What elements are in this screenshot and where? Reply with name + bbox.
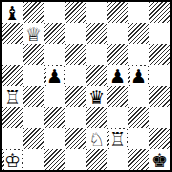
square-d6 (65, 44, 86, 65)
white-queen-piece: ♕ (25, 24, 43, 44)
square-g2 (128, 128, 149, 149)
square-c5: ♟ (44, 65, 65, 86)
square-g5: ♟ (128, 65, 149, 86)
square-e2: ♘ (86, 128, 107, 149)
black-pawn-piece: ♟ (130, 66, 148, 86)
square-a1: ♔ (2, 149, 23, 170)
square-b2 (23, 128, 44, 149)
square-f3 (107, 107, 128, 128)
black-queen-piece: ♛ (88, 87, 106, 107)
square-c1 (44, 149, 65, 170)
white-knight-piece: ♘ (88, 129, 106, 149)
square-h3 (149, 107, 170, 128)
white-rook-piece: ♖ (109, 129, 127, 149)
square-d8 (65, 2, 86, 23)
square-a6 (2, 44, 23, 65)
square-a3 (2, 107, 23, 128)
square-e4: ♛ (86, 86, 107, 107)
square-b3 (23, 107, 44, 128)
square-h7 (149, 23, 170, 44)
square-d3 (65, 107, 86, 128)
square-e6 (86, 44, 107, 65)
square-b8 (23, 2, 44, 23)
square-g4 (128, 86, 149, 107)
square-g1 (128, 149, 149, 170)
square-h5 (149, 65, 170, 86)
square-a4: ♖ (2, 86, 23, 107)
square-b5 (23, 65, 44, 86)
square-d1 (65, 149, 86, 170)
square-f5: ♟ (107, 65, 128, 86)
square-a8: ♝ (2, 2, 23, 23)
black-bishop-piece: ♝ (4, 3, 22, 23)
square-f2: ♖ (107, 128, 128, 149)
square-h8 (149, 2, 170, 23)
square-b4 (23, 86, 44, 107)
square-h4 (149, 86, 170, 107)
square-e7 (86, 23, 107, 44)
square-h6 (149, 44, 170, 65)
white-king-piece: ♔ (4, 150, 22, 170)
square-a5 (2, 65, 23, 86)
square-e8 (86, 2, 107, 23)
black-pawn-piece: ♟ (109, 66, 127, 86)
square-d2 (65, 128, 86, 149)
square-b1 (23, 149, 44, 170)
square-b7: ♕ (23, 23, 44, 44)
square-c6 (44, 44, 65, 65)
square-f7 (107, 23, 128, 44)
square-g3 (128, 107, 149, 128)
black-king-piece: ♚ (151, 150, 169, 170)
square-e3 (86, 107, 107, 128)
square-h1: ♚ (149, 149, 170, 170)
square-e5 (86, 65, 107, 86)
white-rook-piece: ♖ (4, 87, 22, 107)
square-f6 (107, 44, 128, 65)
square-a2 (2, 128, 23, 149)
chess-board: ♝♕♟♟♟♖♛♘♖♔♚ (0, 0, 172, 172)
square-c7 (44, 23, 65, 44)
square-c3 (44, 107, 65, 128)
square-b6 (23, 44, 44, 65)
black-pawn-piece: ♟ (46, 66, 64, 86)
square-g8 (128, 2, 149, 23)
square-d4 (65, 86, 86, 107)
square-g6 (128, 44, 149, 65)
square-f1 (107, 149, 128, 170)
square-e1 (86, 149, 107, 170)
square-c8 (44, 2, 65, 23)
square-f8 (107, 2, 128, 23)
square-g7 (128, 23, 149, 44)
square-h2 (149, 128, 170, 149)
square-f4 (107, 86, 128, 107)
square-a7 (2, 23, 23, 44)
square-d7 (65, 23, 86, 44)
square-c2 (44, 128, 65, 149)
square-c4 (44, 86, 65, 107)
square-d5 (65, 65, 86, 86)
